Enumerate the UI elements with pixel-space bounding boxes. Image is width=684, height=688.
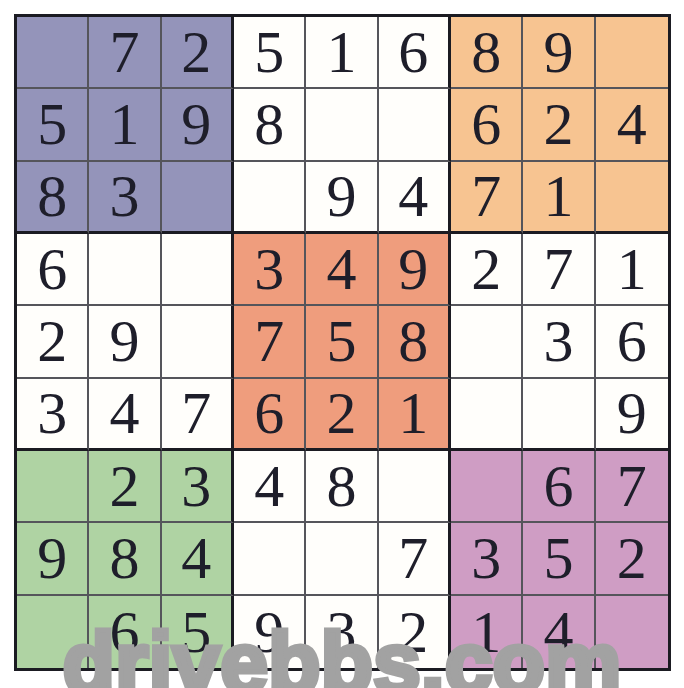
cell-r7c7[interactable] (451, 451, 523, 523)
cell-r1c6[interactable]: 6 (379, 17, 451, 89)
cell-r7c2[interactable]: 2 (89, 451, 161, 523)
cell-r8c7[interactable]: 3 (451, 523, 523, 595)
cell-r8c8[interactable]: 5 (523, 523, 595, 595)
cell-r2c9[interactable]: 4 (596, 89, 668, 161)
cell-r7c4[interactable]: 4 (234, 451, 306, 523)
cell-r7c9[interactable]: 7 (596, 451, 668, 523)
cell-r8c3[interactable]: 4 (162, 523, 234, 595)
cell-r1c8[interactable]: 9 (523, 17, 595, 89)
cell-r1c7[interactable]: 8 (451, 17, 523, 89)
cell-r5c1[interactable]: 2 (17, 306, 89, 378)
cell-r3c9[interactable] (596, 162, 668, 234)
cell-r8c5[interactable] (306, 523, 378, 595)
cell-r1c5[interactable]: 1 (306, 17, 378, 89)
cell-r8c9[interactable]: 2 (596, 523, 668, 595)
cell-r5c3[interactable] (162, 306, 234, 378)
cell-r1c2[interactable]: 7 (89, 17, 161, 89)
cell-r8c1[interactable]: 9 (17, 523, 89, 595)
cell-r5c7[interactable] (451, 306, 523, 378)
cell-r4c6[interactable]: 9 (379, 234, 451, 306)
cell-r3c4[interactable] (234, 162, 306, 234)
cell-r3c8[interactable]: 1 (523, 162, 595, 234)
cell-r5c6[interactable]: 8 (379, 306, 451, 378)
sudoku-page: 7251689519862483947163492712975836347621… (0, 0, 684, 688)
cell-r6c5[interactable]: 2 (306, 379, 378, 451)
cell-r2c8[interactable]: 2 (523, 89, 595, 161)
cell-r4c3[interactable] (162, 234, 234, 306)
cell-r3c3[interactable] (162, 162, 234, 234)
cell-r3c7[interactable]: 7 (451, 162, 523, 234)
cell-r4c5[interactable]: 4 (306, 234, 378, 306)
cell-r2c4[interactable]: 8 (234, 89, 306, 161)
cell-r4c2[interactable] (89, 234, 161, 306)
cell-r1c4[interactable]: 5 (234, 17, 306, 89)
cell-r7c6[interactable] (379, 451, 451, 523)
cell-r1c1[interactable] (17, 17, 89, 89)
cell-r6c8[interactable] (523, 379, 595, 451)
cell-r7c5[interactable]: 8 (306, 451, 378, 523)
cell-r2c3[interactable]: 9 (162, 89, 234, 161)
cell-r3c5[interactable]: 9 (306, 162, 378, 234)
cell-r7c3[interactable]: 3 (162, 451, 234, 523)
cell-r4c4[interactable]: 3 (234, 234, 306, 306)
cell-r6c4[interactable]: 6 (234, 379, 306, 451)
cell-r6c2[interactable]: 4 (89, 379, 161, 451)
cell-r6c3[interactable]: 7 (162, 379, 234, 451)
cell-r8c2[interactable]: 8 (89, 523, 161, 595)
cell-r2c1[interactable]: 5 (17, 89, 89, 161)
cell-r5c9[interactable]: 6 (596, 306, 668, 378)
cell-r3c2[interactable]: 3 (89, 162, 161, 234)
cell-r3c1[interactable]: 8 (17, 162, 89, 234)
cell-r4c1[interactable]: 6 (17, 234, 89, 306)
cell-r2c6[interactable] (379, 89, 451, 161)
cell-r4c8[interactable]: 7 (523, 234, 595, 306)
cell-r6c9[interactable]: 9 (596, 379, 668, 451)
sudoku-board: 7251689519862483947163492712975836347621… (14, 14, 671, 671)
cell-r1c3[interactable]: 2 (162, 17, 234, 89)
cell-r5c8[interactable]: 3 (523, 306, 595, 378)
cell-r5c5[interactable]: 5 (306, 306, 378, 378)
cell-r8c6[interactable]: 7 (379, 523, 451, 595)
cell-r7c8[interactable]: 6 (523, 451, 595, 523)
cell-r4c9[interactable]: 1 (596, 234, 668, 306)
cell-r6c7[interactable] (451, 379, 523, 451)
cell-r3c6[interactable]: 4 (379, 162, 451, 234)
cell-r1c9[interactable] (596, 17, 668, 89)
cell-r6c1[interactable]: 3 (17, 379, 89, 451)
cell-r4c7[interactable]: 2 (451, 234, 523, 306)
cell-r7c1[interactable] (17, 451, 89, 523)
cell-r6c6[interactable]: 1 (379, 379, 451, 451)
cell-r2c2[interactable]: 1 (89, 89, 161, 161)
watermark: drivebbs.com (0, 619, 684, 688)
cell-r5c2[interactable]: 9 (89, 306, 161, 378)
cell-r5c4[interactable]: 7 (234, 306, 306, 378)
cell-r8c4[interactable] (234, 523, 306, 595)
cell-r2c7[interactable]: 6 (451, 89, 523, 161)
cell-r2c5[interactable] (306, 89, 378, 161)
